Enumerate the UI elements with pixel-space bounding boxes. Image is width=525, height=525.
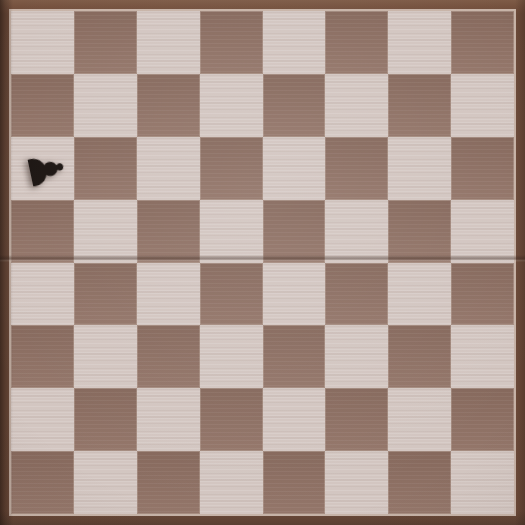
square-b4[interactable]	[74, 263, 137, 326]
square-h1[interactable]	[451, 451, 514, 514]
square-g1[interactable]	[388, 451, 451, 514]
square-d2[interactable]	[200, 388, 263, 451]
square-a8[interactable]	[11, 11, 74, 74]
square-h5[interactable]	[451, 200, 514, 263]
square-a3[interactable]	[11, 325, 74, 388]
square-a6[interactable]: ♟	[11, 137, 74, 200]
square-g7[interactable]	[388, 74, 451, 137]
square-g2[interactable]	[388, 388, 451, 451]
square-b7[interactable]	[74, 74, 137, 137]
square-e4[interactable]	[263, 263, 326, 326]
black-pawn[interactable]: ♟	[20, 145, 74, 195]
square-g3[interactable]	[388, 325, 451, 388]
square-c2[interactable]	[137, 388, 200, 451]
square-f7[interactable]	[325, 74, 388, 137]
square-c5[interactable]	[137, 200, 200, 263]
board-grid: ♟	[11, 11, 514, 514]
square-f2[interactable]	[325, 388, 388, 451]
square-h8[interactable]	[451, 11, 514, 74]
square-e7[interactable]	[263, 74, 326, 137]
square-b1[interactable]	[74, 451, 137, 514]
board-inner-pinstripe-frame: ♟	[9, 9, 516, 516]
square-a1[interactable]	[11, 451, 74, 514]
square-d8[interactable]	[200, 11, 263, 74]
chessboard-photo: ♟	[0, 0, 525, 525]
square-e2[interactable]	[263, 388, 326, 451]
square-g8[interactable]	[388, 11, 451, 74]
square-c8[interactable]	[137, 11, 200, 74]
square-c7[interactable]	[137, 74, 200, 137]
square-a4[interactable]	[11, 263, 74, 326]
square-d5[interactable]	[200, 200, 263, 263]
square-f1[interactable]	[325, 451, 388, 514]
square-e1[interactable]	[263, 451, 326, 514]
square-a5[interactable]	[11, 200, 74, 263]
square-d7[interactable]	[200, 74, 263, 137]
square-e5[interactable]	[263, 200, 326, 263]
square-f3[interactable]	[325, 325, 388, 388]
square-f5[interactable]	[325, 200, 388, 263]
square-c4[interactable]	[137, 263, 200, 326]
square-a2[interactable]	[11, 388, 74, 451]
square-h6[interactable]	[451, 137, 514, 200]
square-e8[interactable]	[263, 11, 326, 74]
square-h3[interactable]	[451, 325, 514, 388]
square-d4[interactable]	[200, 263, 263, 326]
square-d6[interactable]	[200, 137, 263, 200]
square-g6[interactable]	[388, 137, 451, 200]
square-g5[interactable]	[388, 200, 451, 263]
square-f4[interactable]	[325, 263, 388, 326]
square-a7[interactable]	[11, 74, 74, 137]
square-f6[interactable]	[325, 137, 388, 200]
square-g4[interactable]	[388, 263, 451, 326]
square-c3[interactable]	[137, 325, 200, 388]
square-d3[interactable]	[200, 325, 263, 388]
square-h4[interactable]	[451, 263, 514, 326]
square-b8[interactable]	[74, 11, 137, 74]
square-b2[interactable]	[74, 388, 137, 451]
square-f8[interactable]	[325, 11, 388, 74]
square-b3[interactable]	[74, 325, 137, 388]
square-c1[interactable]	[137, 451, 200, 514]
square-h7[interactable]	[451, 74, 514, 137]
square-e3[interactable]	[263, 325, 326, 388]
square-d1[interactable]	[200, 451, 263, 514]
square-h2[interactable]	[451, 388, 514, 451]
square-e6[interactable]	[263, 137, 326, 200]
square-b5[interactable]	[74, 200, 137, 263]
square-b6[interactable]	[74, 137, 137, 200]
square-c6[interactable]	[137, 137, 200, 200]
